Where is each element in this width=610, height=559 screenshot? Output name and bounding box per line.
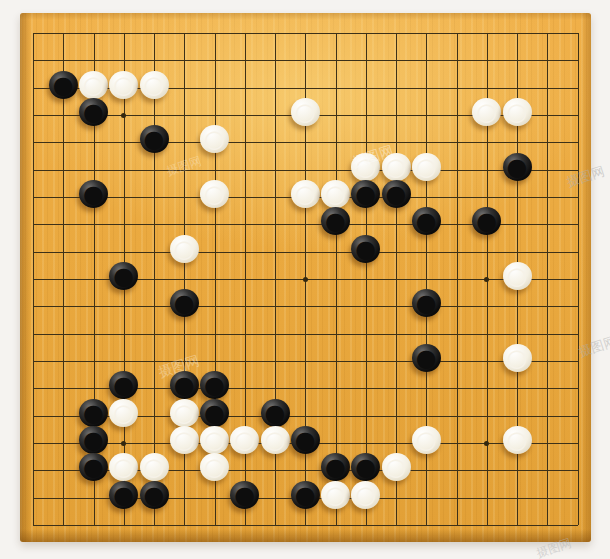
white-stone[interactable]: ○ bbox=[170, 399, 199, 427]
black-stone[interactable]: ● bbox=[412, 289, 441, 317]
white-stone[interactable]: ○ bbox=[382, 153, 411, 181]
black-stone[interactable]: ● bbox=[503, 153, 532, 181]
white-stone[interactable]: ○ bbox=[351, 153, 380, 181]
go-board[interactable]: ●○○○●○○○●○○○○●●○○○●●●●●○●●○●●●○●●●●○○●●●… bbox=[20, 13, 591, 542]
black-stone[interactable]: ● bbox=[79, 98, 108, 126]
black-stone[interactable]: ● bbox=[351, 235, 380, 263]
white-stone[interactable]: ○ bbox=[261, 426, 290, 454]
white-stone[interactable]: ○ bbox=[109, 453, 138, 481]
white-stone[interactable]: ○ bbox=[291, 180, 320, 208]
stones-layer: ●○○○●○○○●○○○○●●○○○●●●●●○●●○●●●○●●●●○○●●●… bbox=[33, 33, 578, 525]
white-stone[interactable]: ○ bbox=[472, 98, 501, 126]
go-board-photo: ●○○○●○○○●○○○○●●○○○●●●●●○●●○●●●○●●●●○○●●●… bbox=[0, 0, 610, 559]
white-stone[interactable]: ○ bbox=[503, 344, 532, 372]
black-stone[interactable]: ● bbox=[49, 71, 78, 99]
black-stone[interactable]: ● bbox=[79, 453, 108, 481]
black-stone[interactable]: ● bbox=[412, 344, 441, 372]
black-stone[interactable]: ● bbox=[351, 180, 380, 208]
black-stone[interactable]: ● bbox=[170, 371, 199, 399]
white-stone[interactable]: ○ bbox=[230, 426, 259, 454]
black-stone[interactable]: ● bbox=[200, 371, 229, 399]
black-stone[interactable]: ● bbox=[109, 262, 138, 290]
white-stone[interactable]: ○ bbox=[109, 71, 138, 99]
black-stone[interactable]: ● bbox=[140, 125, 169, 153]
white-stone[interactable]: ○ bbox=[321, 180, 350, 208]
black-stone[interactable]: ● bbox=[472, 207, 501, 235]
black-stone[interactable]: ● bbox=[79, 426, 108, 454]
black-stone[interactable]: ● bbox=[382, 180, 411, 208]
white-stone[interactable]: ○ bbox=[200, 453, 229, 481]
black-stone[interactable]: ● bbox=[109, 481, 138, 509]
white-stone[interactable]: ○ bbox=[140, 453, 169, 481]
white-stone[interactable]: ○ bbox=[382, 453, 411, 481]
white-stone[interactable]: ○ bbox=[140, 71, 169, 99]
white-stone[interactable]: ○ bbox=[170, 426, 199, 454]
black-stone[interactable]: ● bbox=[351, 453, 380, 481]
black-stone[interactable]: ● bbox=[261, 399, 290, 427]
white-stone[interactable]: ○ bbox=[503, 426, 532, 454]
black-stone[interactable]: ● bbox=[109, 371, 138, 399]
white-stone[interactable]: ○ bbox=[412, 426, 441, 454]
white-stone[interactable]: ○ bbox=[412, 153, 441, 181]
black-stone[interactable]: ● bbox=[170, 289, 199, 317]
grid-line-horizontal bbox=[33, 525, 578, 526]
black-stone[interactable]: ● bbox=[412, 207, 441, 235]
white-stone[interactable]: ○ bbox=[351, 481, 380, 509]
black-stone[interactable]: ● bbox=[200, 399, 229, 427]
black-stone[interactable]: ● bbox=[79, 180, 108, 208]
white-stone[interactable]: ○ bbox=[321, 481, 350, 509]
black-stone[interactable]: ● bbox=[291, 426, 320, 454]
white-stone[interactable]: ○ bbox=[291, 98, 320, 126]
white-stone[interactable]: ○ bbox=[79, 71, 108, 99]
white-stone[interactable]: ○ bbox=[200, 180, 229, 208]
white-stone[interactable]: ○ bbox=[109, 399, 138, 427]
white-stone[interactable]: ○ bbox=[170, 235, 199, 263]
black-stone[interactable]: ● bbox=[230, 481, 259, 509]
white-stone[interactable]: ○ bbox=[503, 262, 532, 290]
black-stone[interactable]: ● bbox=[321, 207, 350, 235]
black-stone[interactable]: ● bbox=[291, 481, 320, 509]
white-stone[interactable]: ○ bbox=[200, 426, 229, 454]
white-stone[interactable]: ○ bbox=[503, 98, 532, 126]
white-stone[interactable]: ○ bbox=[200, 125, 229, 153]
black-stone[interactable]: ● bbox=[321, 453, 350, 481]
black-stone[interactable]: ● bbox=[79, 399, 108, 427]
black-stone[interactable]: ● bbox=[140, 481, 169, 509]
